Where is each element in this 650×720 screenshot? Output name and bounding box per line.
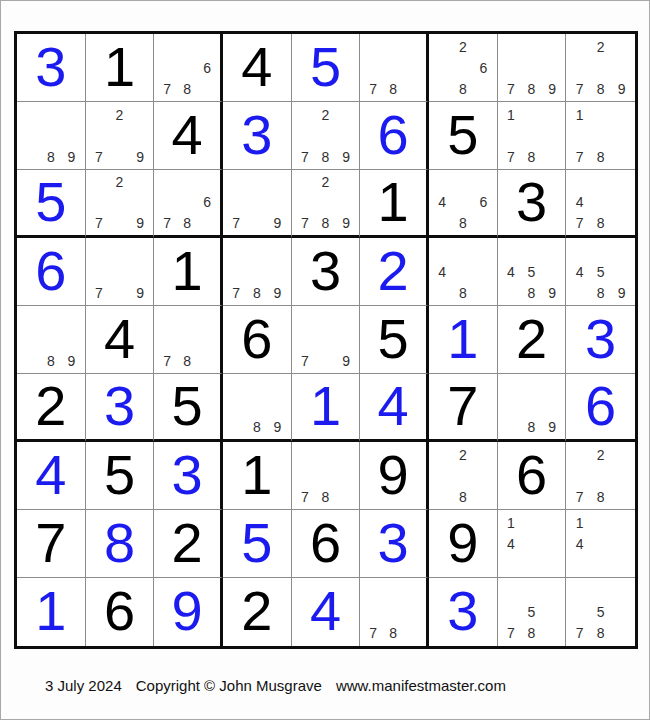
candidate-grid: 678 (157, 36, 217, 99)
candidate-grid: 89 (20, 104, 82, 167)
candidate-digit: 9 (61, 350, 82, 371)
candidate-digit: 8 (590, 213, 611, 233)
candidate-digit: 7 (569, 213, 590, 233)
cell-r7c2[interactable]: 5 (86, 442, 155, 510)
candidate-digit: 8 (315, 146, 336, 167)
candidate-digit: 7 (363, 78, 383, 99)
cell-r9c2[interactable]: 6 (86, 578, 155, 646)
puzzle-page: 3167845782687892789892794327896517817852… (0, 0, 650, 720)
candidate-digit: 5 (521, 261, 542, 282)
cell-r3c5[interactable]: 2789 (292, 170, 361, 238)
candidate-digit: 8 (590, 486, 611, 507)
cell-r1c8[interactable]: 789 (498, 34, 567, 102)
cell-r4c7[interactable]: 48 (429, 238, 498, 306)
cell-r6c1[interactable]: 2 (17, 374, 86, 442)
cell-r1c9[interactable]: 2789 (566, 34, 635, 102)
cell-r8c7[interactable]: 9 (429, 510, 498, 578)
candidate-digit: 5 (521, 601, 542, 622)
candidate-grid: 678 (157, 172, 217, 233)
candidate-digit: 4 (569, 261, 590, 282)
cell-r6c5[interactable]: 1 (292, 374, 361, 442)
solved-digit: 3 (241, 107, 272, 163)
candidate-digit: 2 (315, 172, 336, 192)
solved-digit: 4 (310, 583, 341, 639)
solved-digit: 3 (378, 515, 409, 571)
candidate-digit: 7 (157, 213, 177, 233)
candidate-grid: 78 (295, 444, 357, 507)
candidate-digit: 8 (177, 213, 197, 233)
candidate-digit: 9 (130, 282, 151, 303)
cell-r1c1[interactable]: 3 (17, 34, 86, 102)
candidate-grid: 468 (432, 172, 494, 233)
candidate-digit: 5 (590, 601, 611, 622)
cell-r2c8[interactable]: 178 (498, 102, 567, 170)
cell-r8c3[interactable]: 2 (154, 510, 223, 578)
given-digit: 6 (516, 447, 547, 503)
candidate-digit: 8 (590, 282, 611, 303)
candidate-digit: 8 (247, 417, 268, 437)
given-digit: 3 (310, 243, 341, 299)
candidate-digit: 7 (295, 213, 316, 233)
candidate-digit: 7 (295, 486, 316, 507)
candidate-digit: 7 (89, 282, 110, 303)
candidate-digit: 2 (109, 172, 130, 192)
cell-r6c2[interactable]: 3 (86, 374, 155, 442)
candidate-digit: 7 (569, 486, 590, 507)
cell-r8c8[interactable]: 14 (498, 510, 567, 578)
cell-r5c1[interactable]: 89 (17, 306, 86, 374)
cell-r2c9[interactable]: 178 (566, 102, 635, 170)
cell-r4c4[interactable]: 789 (223, 238, 292, 306)
given-digit: 5 (172, 378, 203, 434)
cell-r8c1[interactable]: 7 (17, 510, 86, 578)
candidate-digit: 7 (569, 78, 590, 99)
cell-r3c2[interactable]: 279 (86, 170, 155, 238)
candidate-digit: 2 (453, 444, 474, 465)
candidate-grid: 4589 (501, 240, 563, 303)
candidate-grid: 578 (569, 580, 632, 644)
cell-r2c7[interactable]: 5 (429, 102, 498, 170)
candidate-digit: 8 (41, 350, 62, 371)
cell-r3c4[interactable]: 79 (223, 170, 292, 238)
cell-r4c1[interactable]: 6 (17, 238, 86, 306)
cell-r3c9[interactable]: 478 (566, 170, 635, 238)
candidate-grid: 78 (363, 36, 423, 99)
cell-r9c3[interactable]: 9 (154, 578, 223, 646)
cell-r4c9[interactable]: 4589 (566, 238, 635, 306)
candidate-digit: 7 (295, 146, 316, 167)
candidate-digit: 7 (157, 78, 177, 99)
cell-r9c5[interactable]: 4 (292, 578, 361, 646)
cell-r4c6[interactable]: 2 (360, 238, 429, 306)
cell-r5c4[interactable]: 6 (223, 306, 292, 374)
candidate-digit: 8 (521, 78, 542, 99)
solved-digit: 1 (447, 311, 478, 367)
cell-r6c9[interactable]: 6 (566, 374, 635, 442)
candidate-grid: 14 (569, 512, 632, 575)
candidate-digit: 9 (130, 146, 151, 167)
candidate-grid: 28 (432, 444, 494, 507)
candidate-grid: 279 (89, 172, 151, 233)
candidate-digit: 6 (473, 192, 494, 212)
candidate-digit: 6 (197, 57, 217, 78)
cell-r9c7[interactable]: 3 (429, 578, 498, 646)
solved-digit: 4 (35, 447, 66, 503)
solved-digit: 5 (35, 174, 66, 230)
candidate-digit: 9 (542, 78, 563, 99)
candidate-grid: 789 (226, 240, 288, 303)
given-digit: 6 (310, 515, 341, 571)
cell-r1c4[interactable]: 4 (223, 34, 292, 102)
given-digit: 7 (447, 378, 478, 434)
cell-r1c3[interactable]: 678 (154, 34, 223, 102)
candidate-digit: 8 (383, 78, 403, 99)
given-digit: 1 (172, 243, 203, 299)
given-digit: 1 (241, 447, 272, 503)
cell-r5c8[interactable]: 2 (498, 306, 567, 374)
candidate-digit: 8 (383, 623, 403, 644)
footer-date: 3 July 2024 (45, 677, 122, 694)
cell-r7c9[interactable]: 278 (566, 442, 635, 510)
solved-digit: 1 (35, 583, 66, 639)
given-digit: 2 (516, 311, 547, 367)
candidate-digit: 7 (501, 78, 522, 99)
candidate-grid: 89 (20, 308, 82, 371)
solved-digit: 5 (310, 39, 341, 95)
candidate-digit: 8 (315, 486, 336, 507)
given-digit: 4 (172, 107, 203, 163)
cell-r1c7[interactable]: 268 (429, 34, 498, 102)
cell-r5c5[interactable]: 79 (292, 306, 361, 374)
candidate-digit: 8 (177, 350, 197, 371)
cell-r9c9[interactable]: 578 (566, 578, 635, 646)
footer: 3 July 2024 Copyright © John Musgrave ww… (45, 677, 506, 694)
candidate-grid: 279 (89, 104, 151, 167)
candidate-grid: 178 (501, 104, 563, 167)
cell-r8c2[interactable]: 8 (86, 510, 155, 578)
cell-r9c8[interactable]: 578 (498, 578, 567, 646)
solved-digit: 1 (310, 378, 341, 434)
candidate-digit: 9 (267, 282, 288, 303)
candidate-grid: 79 (89, 240, 151, 303)
given-digit: 9 (378, 447, 409, 503)
candidate-digit: 2 (590, 444, 611, 465)
candidate-digit: 8 (590, 623, 611, 644)
cell-r5c3[interactable]: 78 (154, 306, 223, 374)
candidate-digit: 8 (521, 282, 542, 303)
candidate-digit: 4 (569, 192, 590, 212)
candidate-digit: 1 (501, 512, 522, 533)
candidate-digit: 8 (453, 282, 474, 303)
given-digit: 7 (35, 515, 66, 571)
given-digit: 6 (104, 583, 135, 639)
cell-r9c6[interactable]: 78 (360, 578, 429, 646)
given-digit: 2 (172, 515, 203, 571)
candidate-digit: 8 (521, 146, 542, 167)
candidate-digit: 4 (569, 533, 590, 554)
candidate-digit: 7 (226, 213, 247, 233)
candidate-grid: 2789 (295, 104, 357, 167)
given-digit: 4 (104, 311, 135, 367)
candidate-grid: 178 (569, 104, 632, 167)
cell-r6c8[interactable]: 89 (498, 374, 567, 442)
candidate-grid: 268 (432, 36, 494, 99)
cell-r3c8[interactable]: 3 (498, 170, 567, 238)
candidate-digit: 9 (267, 213, 288, 233)
solved-digit: 3 (585, 311, 616, 367)
candidate-digit: 8 (41, 146, 62, 167)
cell-r6c4[interactable]: 89 (223, 374, 292, 442)
candidate-digit: 5 (590, 261, 611, 282)
cell-r7c7[interactable]: 28 (429, 442, 498, 510)
solved-digit: 3 (447, 583, 478, 639)
cell-r7c8[interactable]: 6 (498, 442, 567, 510)
candidate-digit: 2 (315, 104, 336, 125)
candidate-digit: 6 (197, 192, 217, 212)
candidate-digit: 8 (453, 486, 474, 507)
candidate-digit: 7 (363, 623, 383, 644)
candidate-grid: 278 (569, 444, 632, 507)
given-digit: 5 (378, 311, 409, 367)
cell-r8c5[interactable]: 6 (292, 510, 361, 578)
candidate-grid: 48 (432, 240, 494, 303)
candidate-digit: 9 (542, 282, 563, 303)
given-digit: 4 (241, 39, 272, 95)
cell-r6c7[interactable]: 7 (429, 374, 498, 442)
candidate-digit: 7 (295, 350, 316, 371)
given-digit: 5 (447, 107, 478, 163)
candidate-digit: 1 (501, 104, 522, 125)
given-digit: 2 (241, 583, 272, 639)
cell-r8c6[interactable]: 3 (360, 510, 429, 578)
given-digit: 9 (447, 515, 478, 571)
candidate-grid: 79 (295, 308, 357, 371)
candidate-digit: 8 (590, 146, 611, 167)
cell-r8c9[interactable]: 14 (566, 510, 635, 578)
candidate-digit: 8 (247, 282, 268, 303)
cell-r4c3[interactable]: 1 (154, 238, 223, 306)
solved-digit: 6 (585, 378, 616, 434)
candidate-digit: 4 (432, 192, 453, 212)
candidate-grid: 14 (501, 512, 563, 575)
candidate-grid: 4589 (569, 240, 632, 303)
cell-r5c7[interactable]: 1 (429, 306, 498, 374)
candidate-digit: 9 (61, 146, 82, 167)
candidate-digit: 8 (521, 417, 542, 437)
cell-r2c5[interactable]: 2789 (292, 102, 361, 170)
cell-r7c5[interactable]: 78 (292, 442, 361, 510)
cell-r4c2[interactable]: 79 (86, 238, 155, 306)
candidate-digit: 7 (226, 282, 247, 303)
candidate-digit: 6 (473, 57, 494, 78)
candidate-grid: 89 (226, 376, 288, 437)
candidate-grid: 89 (501, 376, 563, 437)
candidate-digit: 9 (542, 417, 563, 437)
candidate-digit: 7 (89, 213, 110, 233)
cell-r4c8[interactable]: 4589 (498, 238, 567, 306)
given-digit: 5 (104, 447, 135, 503)
cell-r2c4[interactable]: 3 (223, 102, 292, 170)
given-digit: 1 (378, 174, 409, 230)
cell-r2c3[interactable]: 4 (154, 102, 223, 170)
solved-digit: 3 (104, 378, 135, 434)
solved-digit: 6 (35, 243, 66, 299)
footer-url: www.manifestmaster.com (336, 677, 506, 694)
candidate-digit: 8 (315, 213, 336, 233)
candidate-digit: 8 (453, 78, 474, 99)
candidate-digit: 2 (590, 36, 611, 57)
candidate-digit: 7 (569, 146, 590, 167)
cell-r2c2[interactable]: 279 (86, 102, 155, 170)
candidate-digit: 7 (157, 350, 177, 371)
solved-digit: 9 (172, 583, 203, 639)
cell-r6c6[interactable]: 4 (360, 374, 429, 442)
candidate-digit: 7 (501, 623, 522, 644)
solved-digit: 8 (104, 515, 135, 571)
solved-digit: 5 (241, 515, 272, 571)
candidate-digit: 7 (89, 146, 110, 167)
cell-r5c6[interactable]: 5 (360, 306, 429, 374)
cell-r3c6[interactable]: 1 (360, 170, 429, 238)
candidate-grid: 78 (363, 580, 423, 644)
footer-copyright: Copyright © John Musgrave (136, 677, 322, 694)
given-digit: 1 (104, 39, 135, 95)
given-digit: 3 (516, 174, 547, 230)
candidate-digit: 1 (569, 512, 590, 533)
solved-digit: 2 (378, 243, 409, 299)
candidate-grid: 79 (226, 172, 288, 233)
cell-r9c4[interactable]: 2 (223, 578, 292, 646)
candidate-grid: 2789 (569, 36, 632, 99)
cell-r7c4[interactable]: 1 (223, 442, 292, 510)
candidate-digit: 9 (267, 417, 288, 437)
candidate-digit: 8 (453, 213, 474, 233)
cell-r3c3[interactable]: 678 (154, 170, 223, 238)
cell-r4c5[interactable]: 3 (292, 238, 361, 306)
candidate-digit: 9 (336, 350, 357, 371)
cell-r1c2[interactable]: 1 (86, 34, 155, 102)
cell-r2c1[interactable]: 89 (17, 102, 86, 170)
cell-r2c6[interactable]: 6 (360, 102, 429, 170)
cell-r7c3[interactable]: 3 (154, 442, 223, 510)
candidate-digit: 7 (569, 623, 590, 644)
cell-r5c2[interactable]: 4 (86, 306, 155, 374)
candidate-grid: 578 (501, 580, 563, 644)
candidate-digit: 8 (177, 78, 197, 99)
cell-r8c4[interactable]: 5 (223, 510, 292, 578)
cell-r5c9[interactable]: 3 (566, 306, 635, 374)
candidate-digit: 1 (569, 104, 590, 125)
candidate-digit: 2 (109, 104, 130, 125)
solved-digit: 4 (378, 378, 409, 434)
cell-r7c1[interactable]: 4 (17, 442, 86, 510)
candidate-digit: 8 (521, 623, 542, 644)
candidate-digit: 9 (336, 213, 357, 233)
cell-r1c5[interactable]: 5 (292, 34, 361, 102)
solved-digit: 3 (35, 39, 66, 95)
candidate-grid: 2789 (295, 172, 357, 233)
given-digit: 2 (35, 378, 66, 434)
candidate-digit: 2 (453, 36, 474, 57)
solved-digit: 3 (172, 447, 203, 503)
given-digit: 6 (241, 311, 272, 367)
candidate-digit: 9 (336, 146, 357, 167)
candidate-digit: 9 (611, 282, 632, 303)
candidate-digit: 7 (501, 146, 522, 167)
cell-r3c7[interactable]: 468 (429, 170, 498, 238)
candidate-grid: 478 (569, 172, 632, 233)
cell-r9c1[interactable]: 1 (17, 578, 86, 646)
solved-digit: 6 (378, 107, 409, 163)
cell-r3c1[interactable]: 5 (17, 170, 86, 238)
cell-r6c3[interactable]: 5 (154, 374, 223, 442)
candidate-grid: 789 (501, 36, 563, 99)
candidate-digit: 4 (501, 261, 522, 282)
cell-r7c6[interactable]: 9 (360, 442, 429, 510)
candidate-digit: 9 (130, 213, 151, 233)
candidate-digit: 4 (501, 533, 522, 554)
sudoku-board: 3167845782687892789892794327896517817852… (14, 31, 638, 649)
candidate-grid: 78 (157, 308, 217, 371)
candidate-digit: 8 (590, 78, 611, 99)
cell-r1c6[interactable]: 78 (360, 34, 429, 102)
candidate-digit: 9 (611, 78, 632, 99)
candidate-digit: 4 (432, 261, 453, 282)
